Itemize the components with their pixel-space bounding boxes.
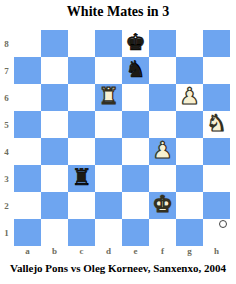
square-d8[interactable]	[95, 30, 122, 57]
puzzle-title: White Mates in 3	[0, 4, 236, 20]
square-e4[interactable]	[122, 138, 149, 165]
square-d3[interactable]	[95, 165, 122, 192]
square-a6[interactable]	[14, 84, 41, 111]
rank-labels: 87654321	[0, 30, 13, 246]
square-f4[interactable]: ♟	[149, 138, 176, 165]
file-label-c: c	[68, 246, 95, 259]
square-c6[interactable]	[68, 84, 95, 111]
rank-label-2: 2	[0, 192, 13, 219]
square-h6[interactable]	[203, 84, 230, 111]
file-label-e: e	[122, 246, 149, 259]
square-a2[interactable]	[14, 192, 41, 219]
square-c5[interactable]	[68, 111, 95, 138]
piece-white-knight[interactable]: ♞	[206, 111, 227, 137]
square-g1[interactable]	[176, 219, 203, 246]
rank-label-3: 3	[0, 165, 13, 192]
square-d1[interactable]	[95, 219, 122, 246]
square-a5[interactable]	[14, 111, 41, 138]
square-h8[interactable]	[203, 30, 230, 57]
square-g7[interactable]	[176, 57, 203, 84]
game-caption: Vallejo Pons vs Oleg Korneev, Sanxenxo, …	[0, 262, 236, 274]
square-d2[interactable]	[95, 192, 122, 219]
square-h3[interactable]	[203, 165, 230, 192]
rank-label-6: 6	[0, 84, 13, 111]
file-label-f: f	[149, 246, 176, 259]
square-h2[interactable]	[203, 192, 230, 219]
rank-label-5: 5	[0, 111, 13, 138]
square-f8[interactable]	[149, 30, 176, 57]
square-e6[interactable]	[122, 84, 149, 111]
square-a7[interactable]	[14, 57, 41, 84]
square-c2[interactable]	[68, 192, 95, 219]
square-c3[interactable]: ♜	[68, 165, 95, 192]
square-c7[interactable]	[68, 57, 95, 84]
square-b5[interactable]	[41, 111, 68, 138]
white-to-move-indicator	[219, 220, 227, 228]
file-label-b: b	[41, 246, 68, 259]
square-e7[interactable]: ♞	[122, 57, 149, 84]
square-c4[interactable]	[68, 138, 95, 165]
square-b7[interactable]	[41, 57, 68, 84]
piece-white-rook[interactable]: ♜	[98, 84, 119, 110]
square-f1[interactable]	[149, 219, 176, 246]
square-f2[interactable]: ♚	[149, 192, 176, 219]
square-g4[interactable]	[176, 138, 203, 165]
piece-black-rook[interactable]: ♜	[71, 165, 92, 191]
square-e3[interactable]	[122, 165, 149, 192]
square-b4[interactable]	[41, 138, 68, 165]
square-c8[interactable]	[68, 30, 95, 57]
square-e2[interactable]	[122, 192, 149, 219]
square-h7[interactable]	[203, 57, 230, 84]
rank-label-1: 1	[0, 219, 13, 246]
square-b1[interactable]	[41, 219, 68, 246]
rank-label-4: 4	[0, 138, 13, 165]
file-label-g: g	[176, 246, 203, 259]
square-g2[interactable]	[176, 192, 203, 219]
square-a8[interactable]	[14, 30, 41, 57]
piece-black-knight[interactable]: ♞	[125, 57, 146, 83]
square-g3[interactable]	[176, 165, 203, 192]
chess-board[interactable]: ♚♞♜♟♞♟♜♚	[14, 30, 230, 246]
square-d5[interactable]	[95, 111, 122, 138]
square-e8[interactable]: ♚	[122, 30, 149, 57]
piece-white-pawn[interactable]: ♟	[179, 84, 200, 110]
square-b6[interactable]	[41, 84, 68, 111]
square-g5[interactable]	[176, 111, 203, 138]
square-c1[interactable]	[68, 219, 95, 246]
square-d7[interactable]	[95, 57, 122, 84]
square-a3[interactable]	[14, 165, 41, 192]
square-f7[interactable]	[149, 57, 176, 84]
square-a4[interactable]	[14, 138, 41, 165]
square-b2[interactable]	[41, 192, 68, 219]
piece-black-king[interactable]: ♚	[125, 30, 146, 56]
square-g8[interactable]	[176, 30, 203, 57]
square-a1[interactable]	[14, 219, 41, 246]
piece-white-pawn[interactable]: ♟	[152, 138, 173, 164]
piece-white-king[interactable]: ♚	[152, 192, 173, 218]
file-label-a: a	[14, 246, 41, 259]
square-f3[interactable]	[149, 165, 176, 192]
square-b3[interactable]	[41, 165, 68, 192]
square-b8[interactable]	[41, 30, 68, 57]
rank-label-7: 7	[0, 57, 13, 84]
square-e1[interactable]	[122, 219, 149, 246]
square-f6[interactable]	[149, 84, 176, 111]
square-g6[interactable]: ♟	[176, 84, 203, 111]
file-label-h: h	[203, 246, 230, 259]
square-h5[interactable]: ♞	[203, 111, 230, 138]
square-f5[interactable]	[149, 111, 176, 138]
square-h4[interactable]	[203, 138, 230, 165]
square-e5[interactable]	[122, 111, 149, 138]
file-label-d: d	[95, 246, 122, 259]
puzzle-page: White Mates in 3 87654321 ♚♞♜♟♞♟♜♚ abcde…	[0, 0, 236, 284]
square-d4[interactable]	[95, 138, 122, 165]
rank-label-8: 8	[0, 30, 13, 57]
file-labels: abcdefgh	[14, 246, 230, 259]
square-d6[interactable]: ♜	[95, 84, 122, 111]
